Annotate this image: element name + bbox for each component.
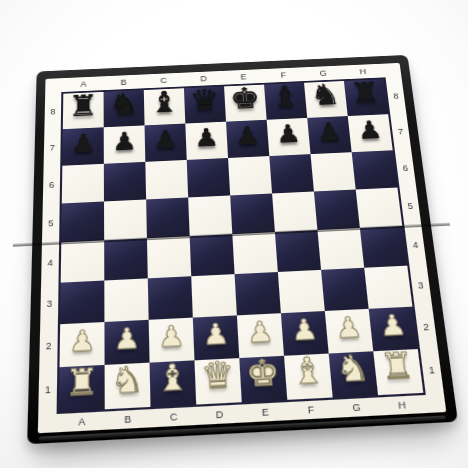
file-label-bottom-g: G: [333, 400, 380, 416]
board-inner-line: ♜♞♝♛♚♝♞♜♟♟♟♟♟♟♟♟♟♟♟♟♟♟♟♟♜♞♝♛♚♝♞♜: [57, 77, 426, 414]
square-e3[interactable]: [235, 272, 281, 315]
square-e4[interactable]: [232, 232, 278, 274]
square-f7[interactable]: ♟: [267, 118, 311, 156]
file-label-bottom-b: B: [105, 411, 151, 427]
rank-label-left-8: 8: [46, 94, 59, 130]
square-b7[interactable]: ♟: [104, 125, 146, 163]
square-c7[interactable]: ♟: [145, 124, 187, 162]
piece-black-king[interactable]: ♚: [229, 83, 261, 113]
board-frame: ABCDEFGH ABCDEFGH 87654321 87654321 ♜♞♝♛…: [27, 55, 458, 444]
square-c6[interactable]: [145, 160, 188, 200]
rank-label-left-2: 2: [41, 324, 55, 368]
board-tilt-wrapper: ABCDEFGH ABCDEFGH 87654321 87654321 ♜♞♝♛…: [27, 55, 458, 444]
piece-white-pawn[interactable]: ♟: [378, 310, 408, 340]
board-border-mat: ABCDEFGH ABCDEFGH 87654321 87654321 ♜♞♝♛…: [38, 63, 447, 433]
square-b3[interactable]: [104, 278, 148, 322]
rank-label-right-5: 5: [402, 187, 420, 226]
square-g8[interactable]: ♞: [304, 81, 348, 118]
square-b4[interactable]: [104, 238, 148, 280]
rank-label-left-5: 5: [44, 204, 57, 244]
rank-label-right-8: 8: [388, 78, 405, 114]
piece-black-bishop[interactable]: ♝: [149, 87, 180, 117]
square-d1[interactable]: ♛: [194, 358, 241, 404]
piece-white-knight[interactable]: ♞: [110, 361, 144, 399]
rank-label-right-4: 4: [406, 225, 424, 265]
rank-label-left-1: 1: [41, 367, 55, 412]
square-a6[interactable]: [62, 164, 104, 204]
square-f6[interactable]: [269, 154, 314, 193]
square-e7[interactable]: ♟: [226, 120, 269, 158]
square-b1[interactable]: ♞: [105, 363, 151, 410]
square-d5[interactable]: [188, 195, 232, 236]
rank-label-left-7: 7: [46, 129, 59, 166]
square-h4[interactable]: [360, 226, 407, 268]
square-e6[interactable]: [228, 156, 272, 195]
square-e5[interactable]: [230, 193, 275, 234]
square-h1[interactable]: ♜: [373, 349, 423, 395]
square-a7[interactable]: ♟: [62, 127, 104, 165]
square-a5[interactable]: [61, 201, 104, 242]
square-d7[interactable]: ♟: [185, 122, 228, 160]
square-g4[interactable]: [317, 228, 364, 270]
file-label-bottom-c: C: [151, 409, 197, 425]
file-label-bottom-e: E: [242, 404, 289, 420]
piece-black-pawn[interactable]: ♟: [234, 123, 260, 149]
piece-black-rook[interactable]: ♜: [349, 78, 382, 108]
rank-label-right-7: 7: [392, 113, 409, 150]
piece-white-pawn[interactable]: ♟: [69, 326, 96, 356]
piece-white-bishop[interactable]: ♝: [290, 352, 326, 390]
rank-label-left-4: 4: [43, 243, 57, 284]
piece-black-knight[interactable]: ♞: [309, 79, 342, 109]
square-a1[interactable]: ♜: [59, 365, 105, 412]
square-d6[interactable]: [187, 158, 230, 197]
square-g7[interactable]: ♟: [307, 116, 351, 154]
piece-black-pawn[interactable]: ♟: [71, 130, 96, 156]
piece-white-rook[interactable]: ♜: [65, 363, 99, 401]
piece-black-pawn[interactable]: ♟: [356, 117, 383, 142]
square-h5[interactable]: [356, 188, 403, 228]
piece-white-rook[interactable]: ♜: [379, 347, 416, 385]
square-d4[interactable]: [190, 234, 235, 276]
rank-label-left-6: 6: [45, 166, 58, 204]
piece-white-pawn[interactable]: ♟: [113, 323, 140, 353]
piece-white-king[interactable]: ♚: [245, 354, 281, 392]
square-c3[interactable]: [148, 276, 193, 320]
square-a3[interactable]: [60, 281, 104, 325]
chess-board: ♜♞♝♛♚♝♞♜♟♟♟♟♟♟♟♟♟♟♟♟♟♟♟♟♜♞♝♛♚♝♞♜: [59, 79, 423, 412]
square-e8[interactable]: ♚: [224, 85, 267, 122]
square-g6[interactable]: [311, 152, 356, 191]
piece-white-pawn[interactable]: ♟: [290, 315, 319, 345]
rank-label-right-6: 6: [397, 150, 414, 188]
file-label-bottom-f: F: [288, 402, 335, 418]
piece-white-bishop[interactable]: ♝: [155, 358, 190, 396]
piece-black-pawn[interactable]: ♟: [315, 119, 342, 145]
square-f8[interactable]: ♝: [264, 83, 307, 120]
piece-white-pawn[interactable]: ♟: [246, 317, 275, 347]
piece-black-rook[interactable]: ♜: [68, 90, 98, 120]
square-f5[interactable]: [272, 191, 317, 232]
square-h6[interactable]: [352, 150, 398, 189]
square-b8[interactable]: ♞: [104, 90, 145, 127]
square-c4[interactable]: [147, 236, 191, 278]
file-label-bottom-h: H: [379, 397, 426, 413]
piece-white-pawn[interactable]: ♟: [334, 312, 364, 342]
square-c8[interactable]: ♝: [144, 88, 186, 125]
piece-black-pawn[interactable]: ♟: [153, 127, 179, 153]
piece-black-queen[interactable]: ♛: [189, 85, 220, 115]
rank-label-right-3: 3: [412, 265, 430, 307]
piece-black-bishop[interactable]: ♝: [269, 81, 301, 111]
rank-label-right-1: 1: [422, 348, 441, 392]
square-g5[interactable]: [314, 189, 360, 230]
square-h7[interactable]: ♟: [348, 114, 393, 152]
square-g1[interactable]: ♞: [329, 351, 378, 397]
piece-black-knight[interactable]: ♞: [109, 89, 139, 119]
square-b5[interactable]: [104, 199, 147, 240]
square-g3[interactable]: [321, 268, 369, 311]
square-c1[interactable]: ♝: [150, 360, 197, 407]
photo-background: ABCDEFGH ABCDEFGH 87654321 87654321 ♜♞♝♛…: [0, 0, 468, 468]
piece-white-pawn[interactable]: ♟: [202, 319, 230, 349]
square-d3[interactable]: [191, 274, 237, 317]
square-a8[interactable]: ♜: [63, 92, 104, 129]
square-h8[interactable]: ♜: [344, 79, 388, 116]
file-label-bottom-d: D: [196, 407, 242, 423]
square-a4[interactable]: [61, 240, 105, 282]
square-b6[interactable]: [104, 162, 146, 202]
piece-white-pawn[interactable]: ♟: [157, 321, 185, 351]
square-c5[interactable]: [146, 197, 190, 238]
piece-black-pawn[interactable]: ♟: [112, 128, 137, 154]
piece-black-pawn[interactable]: ♟: [275, 121, 302, 147]
file-label-bottom-a: A: [59, 414, 105, 430]
square-e1[interactable]: ♚: [239, 356, 287, 402]
rank-label-right-2: 2: [417, 306, 436, 349]
square-f1[interactable]: ♝: [284, 354, 333, 400]
square-d8[interactable]: ♛: [184, 86, 226, 123]
piece-white-queen[interactable]: ♛: [200, 356, 235, 394]
square-f4[interactable]: [275, 230, 321, 272]
square-h3[interactable]: [364, 266, 412, 309]
square-f3[interactable]: [278, 270, 325, 313]
piece-white-knight[interactable]: ♞: [334, 349, 371, 387]
rank-label-left-3: 3: [42, 283, 56, 325]
piece-black-pawn[interactable]: ♟: [193, 125, 219, 151]
